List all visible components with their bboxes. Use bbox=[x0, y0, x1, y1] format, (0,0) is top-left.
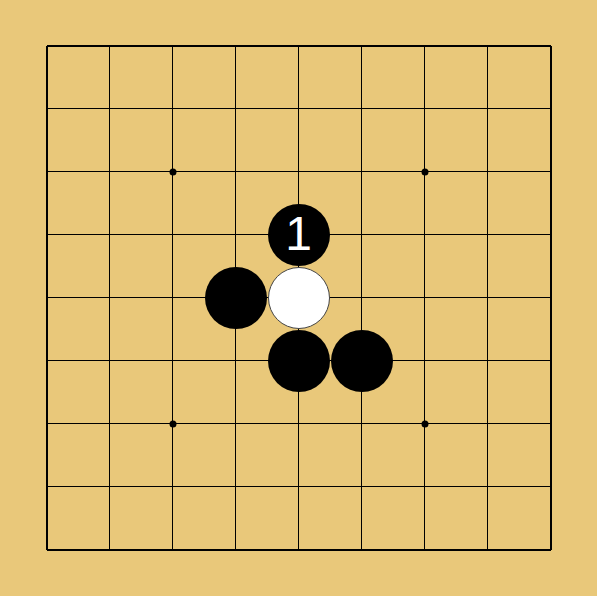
black-stone: 1 bbox=[268, 204, 330, 266]
intersection-C8[interactable] bbox=[141, 77, 204, 140]
grid-line-vertical bbox=[361, 77, 362, 140]
intersection-H3[interactable] bbox=[456, 392, 519, 455]
intersection-J1[interactable] bbox=[519, 518, 582, 581]
grid-line-vertical bbox=[424, 518, 425, 550]
grid-line-vertical bbox=[550, 455, 552, 518]
grid-line-vertical bbox=[550, 140, 552, 203]
intersection-A9[interactable] bbox=[15, 14, 78, 77]
intersection-E8[interactable] bbox=[267, 77, 330, 140]
intersection-A2[interactable] bbox=[15, 455, 78, 518]
intersection-C9[interactable] bbox=[141, 14, 204, 77]
intersection-J6[interactable] bbox=[519, 203, 582, 266]
intersection-H9[interactable] bbox=[456, 14, 519, 77]
grid-line-vertical bbox=[424, 455, 425, 518]
grid-line-vertical bbox=[235, 455, 236, 518]
intersection-B2[interactable] bbox=[78, 455, 141, 518]
grid-line-vertical bbox=[235, 77, 236, 140]
grid-line-horizontal bbox=[47, 45, 79, 47]
grid-line-vertical bbox=[550, 77, 552, 140]
grid-line-vertical bbox=[298, 77, 299, 140]
go-board: 1 bbox=[15, 14, 582, 581]
intersection-F4[interactable] bbox=[330, 329, 393, 392]
intersection-B6[interactable] bbox=[78, 203, 141, 266]
intersection-G2[interactable] bbox=[393, 455, 456, 518]
intersection-G3[interactable] bbox=[393, 392, 456, 455]
grid-line-horizontal bbox=[519, 423, 551, 424]
grid-line-vertical bbox=[109, 140, 110, 203]
grid-line-vertical bbox=[46, 46, 48, 78]
intersection-B9[interactable] bbox=[78, 14, 141, 77]
intersection-G8[interactable] bbox=[393, 77, 456, 140]
intersection-H5[interactable] bbox=[456, 266, 519, 329]
grid-line-horizontal bbox=[519, 171, 551, 172]
intersection-E9[interactable] bbox=[267, 14, 330, 77]
grid-line-vertical bbox=[298, 140, 299, 203]
intersection-H2[interactable] bbox=[456, 455, 519, 518]
intersection-F2[interactable] bbox=[330, 455, 393, 518]
grid-line-vertical bbox=[487, 77, 488, 140]
intersection-G5[interactable] bbox=[393, 266, 456, 329]
grid-line-vertical bbox=[550, 266, 552, 329]
grid-line-vertical bbox=[109, 203, 110, 266]
intersection-B5[interactable] bbox=[78, 266, 141, 329]
intersection-F6[interactable] bbox=[330, 203, 393, 266]
grid-line-vertical bbox=[361, 266, 362, 329]
grid-line-vertical bbox=[172, 203, 173, 266]
intersection-C1[interactable] bbox=[141, 518, 204, 581]
grid-line-vertical bbox=[361, 203, 362, 266]
grid-line-vertical bbox=[172, 518, 173, 550]
grid-line-vertical bbox=[235, 518, 236, 550]
grid-line-horizontal bbox=[47, 108, 79, 109]
grid-line-vertical bbox=[298, 392, 299, 455]
grid-line-vertical bbox=[361, 518, 362, 550]
grid-line-vertical bbox=[424, 46, 425, 78]
intersection-J5[interactable] bbox=[519, 266, 582, 329]
hoshi-point bbox=[421, 168, 428, 175]
grid-line-vertical bbox=[46, 77, 48, 140]
grid-line-horizontal bbox=[47, 297, 79, 298]
grid-line-vertical bbox=[235, 203, 236, 266]
grid-line-vertical bbox=[235, 140, 236, 203]
grid-line-vertical bbox=[235, 392, 236, 455]
grid-line-horizontal bbox=[519, 234, 551, 235]
grid-line-vertical bbox=[109, 455, 110, 518]
intersection-A8[interactable] bbox=[15, 77, 78, 140]
intersection-C6[interactable] bbox=[141, 203, 204, 266]
grid-line-vertical bbox=[109, 266, 110, 329]
grid-line-vertical bbox=[487, 140, 488, 203]
grid-line-vertical bbox=[46, 455, 48, 518]
grid-line-vertical bbox=[172, 455, 173, 518]
hoshi-point bbox=[421, 420, 428, 427]
grid-line-vertical bbox=[46, 392, 48, 455]
intersection-F1[interactable] bbox=[330, 518, 393, 581]
grid-line-vertical bbox=[235, 46, 236, 78]
intersection-H1[interactable] bbox=[456, 518, 519, 581]
intersection-F3[interactable] bbox=[330, 392, 393, 455]
grid-line-vertical bbox=[46, 329, 48, 392]
grid-line-vertical bbox=[46, 518, 48, 550]
intersection-F5[interactable] bbox=[330, 266, 393, 329]
intersection-F7[interactable] bbox=[330, 140, 393, 203]
grid-line-horizontal bbox=[47, 360, 79, 361]
grid-line-horizontal bbox=[47, 171, 79, 172]
black-stone bbox=[205, 267, 267, 329]
intersection-A5[interactable] bbox=[15, 266, 78, 329]
grid-line-horizontal bbox=[519, 549, 551, 551]
grid-line-vertical bbox=[550, 46, 552, 78]
black-stone bbox=[268, 330, 330, 392]
intersection-A6[interactable] bbox=[15, 203, 78, 266]
intersection-B3[interactable] bbox=[78, 392, 141, 455]
intersection-H7[interactable] bbox=[456, 140, 519, 203]
intersection-D2[interactable] bbox=[204, 455, 267, 518]
intersection-F8[interactable] bbox=[330, 77, 393, 140]
intersection-D7[interactable] bbox=[204, 140, 267, 203]
intersection-A4[interactable] bbox=[15, 329, 78, 392]
intersection-C4[interactable] bbox=[141, 329, 204, 392]
move-number-label: 1 bbox=[285, 210, 312, 258]
grid-line-vertical bbox=[46, 266, 48, 329]
grid-line-vertical bbox=[487, 203, 488, 266]
intersection-E6[interactable]: 1 bbox=[267, 203, 330, 266]
grid-line-horizontal bbox=[47, 486, 79, 487]
grid-line-vertical bbox=[487, 455, 488, 518]
intersection-J7[interactable] bbox=[519, 140, 582, 203]
intersection-G6[interactable] bbox=[393, 203, 456, 266]
intersection-J2[interactable] bbox=[519, 455, 582, 518]
intersection-H6[interactable] bbox=[456, 203, 519, 266]
grid-line-vertical bbox=[361, 455, 362, 518]
grid-line-vertical bbox=[235, 329, 236, 392]
intersection-B7[interactable] bbox=[78, 140, 141, 203]
intersection-A1[interactable] bbox=[15, 518, 78, 581]
grid-line-vertical bbox=[361, 392, 362, 455]
intersection-G7[interactable] bbox=[393, 140, 456, 203]
grid-line-vertical bbox=[424, 266, 425, 329]
intersection-G1[interactable] bbox=[393, 518, 456, 581]
intersection-B4[interactable] bbox=[78, 329, 141, 392]
grid-line-vertical bbox=[550, 329, 552, 392]
black-stone bbox=[331, 330, 393, 392]
intersection-E7[interactable] bbox=[267, 140, 330, 203]
go-diagram: 1 bbox=[0, 0, 597, 596]
intersection-A3[interactable] bbox=[15, 392, 78, 455]
grid-line-vertical bbox=[298, 455, 299, 518]
intersection-A7[interactable] bbox=[15, 140, 78, 203]
hoshi-point bbox=[169, 168, 176, 175]
grid-line-vertical bbox=[172, 77, 173, 140]
grid-line-vertical bbox=[550, 203, 552, 266]
grid-line-vertical bbox=[487, 518, 488, 550]
grid-line-horizontal bbox=[519, 486, 551, 487]
intersection-J9[interactable] bbox=[519, 14, 582, 77]
intersection-D3[interactable] bbox=[204, 392, 267, 455]
intersection-B1[interactable] bbox=[78, 518, 141, 581]
intersection-G9[interactable] bbox=[393, 14, 456, 77]
intersection-G4[interactable] bbox=[393, 329, 456, 392]
grid-line-horizontal bbox=[519, 360, 551, 361]
intersection-E1[interactable] bbox=[267, 518, 330, 581]
intersection-C7[interactable] bbox=[141, 140, 204, 203]
grid-line-vertical bbox=[424, 77, 425, 140]
intersection-C2[interactable] bbox=[141, 455, 204, 518]
grid-line-vertical bbox=[172, 329, 173, 392]
grid-line-vertical bbox=[109, 518, 110, 550]
intersection-E4[interactable] bbox=[267, 329, 330, 392]
grid-line-vertical bbox=[550, 392, 552, 455]
grid-line-horizontal bbox=[47, 234, 79, 235]
grid-line-vertical bbox=[487, 46, 488, 78]
grid-line-vertical bbox=[361, 46, 362, 78]
intersection-C3[interactable] bbox=[141, 392, 204, 455]
intersection-D8[interactable] bbox=[204, 77, 267, 140]
grid-line-vertical bbox=[109, 392, 110, 455]
intersection-J8[interactable] bbox=[519, 77, 582, 140]
intersection-H8[interactable] bbox=[456, 77, 519, 140]
intersection-E3[interactable] bbox=[267, 392, 330, 455]
grid-line-vertical bbox=[424, 329, 425, 392]
grid-line-horizontal bbox=[47, 423, 79, 424]
intersection-D5[interactable] bbox=[204, 266, 267, 329]
white-stone bbox=[268, 267, 330, 329]
grid-line-vertical bbox=[46, 203, 48, 266]
intersection-E2[interactable] bbox=[267, 455, 330, 518]
grid-line-horizontal bbox=[519, 45, 551, 47]
intersection-D9[interactable] bbox=[204, 14, 267, 77]
intersection-J3[interactable] bbox=[519, 392, 582, 455]
grid-line-horizontal bbox=[519, 297, 551, 298]
grid-line-vertical bbox=[46, 140, 48, 203]
grid-line-vertical bbox=[109, 77, 110, 140]
intersection-E5[interactable] bbox=[267, 266, 330, 329]
intersection-J4[interactable] bbox=[519, 329, 582, 392]
intersection-B8[interactable] bbox=[78, 77, 141, 140]
grid-line-vertical bbox=[172, 46, 173, 78]
grid-line-vertical bbox=[298, 46, 299, 78]
grid-line-vertical bbox=[487, 266, 488, 329]
grid-line-vertical bbox=[172, 266, 173, 329]
hoshi-point bbox=[169, 420, 176, 427]
grid-line-vertical bbox=[109, 329, 110, 392]
grid-line-vertical bbox=[550, 518, 552, 550]
intersection-F9[interactable] bbox=[330, 14, 393, 77]
intersection-C5[interactable] bbox=[141, 266, 204, 329]
grid-line-horizontal bbox=[47, 549, 79, 551]
intersection-D6[interactable] bbox=[204, 203, 267, 266]
grid-line-vertical bbox=[298, 518, 299, 550]
grid-line-vertical bbox=[361, 140, 362, 203]
intersection-H4[interactable] bbox=[456, 329, 519, 392]
grid-line-horizontal bbox=[519, 108, 551, 109]
grid-line-vertical bbox=[109, 46, 110, 78]
grid-line-vertical bbox=[487, 329, 488, 392]
grid-line-vertical bbox=[487, 392, 488, 455]
grid-line-vertical bbox=[424, 203, 425, 266]
intersection-D1[interactable] bbox=[204, 518, 267, 581]
intersection-D4[interactable] bbox=[204, 329, 267, 392]
